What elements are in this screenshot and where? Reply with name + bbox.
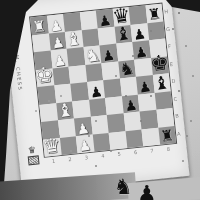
piece-bp-c6[interactable]: ♟ bbox=[123, 98, 137, 114]
square-f2[interactable]: ♟ bbox=[50, 49, 68, 68]
square-b5[interactable] bbox=[107, 113, 125, 132]
piece-wb-c2[interactable]: ♝ bbox=[56, 100, 74, 120]
rank-label-5: 5 bbox=[111, 150, 128, 158]
chessboard-mat: ♜♟♟♛♜♟♝♝♟♟♞♟♟♚♞♚♟♟♝♝♟♟♛♟♜ 12345678 HGFED… bbox=[2, 0, 189, 193]
piece-bp-d4[interactable]: ♟ bbox=[89, 84, 103, 100]
file-label-a: A bbox=[176, 125, 182, 143]
piece-br-a8[interactable]: ♜ bbox=[159, 128, 174, 145]
square-h8[interactable]: ♜ bbox=[145, 4, 163, 23]
square-a2[interactable] bbox=[59, 136, 77, 155]
rank-label-8: 8 bbox=[160, 145, 177, 153]
square-d7[interactable]: ♟ bbox=[136, 75, 154, 94]
file-label-h: H bbox=[163, 3, 169, 21]
piece-bp-h5[interactable]: ♟ bbox=[98, 12, 112, 28]
square-g6[interactable]: ♝ bbox=[114, 25, 132, 44]
piece-bp-f7[interactable]: ♟ bbox=[134, 44, 148, 60]
square-a7[interactable] bbox=[141, 127, 159, 146]
square-f4[interactable]: ♞ bbox=[83, 45, 101, 64]
square-e3[interactable] bbox=[68, 65, 86, 84]
brand-text: B.M. CHESS bbox=[13, 47, 24, 92]
file-label-c: C bbox=[173, 90, 179, 108]
file-label-b: B bbox=[174, 108, 180, 126]
square-h2[interactable]: ♟ bbox=[47, 14, 65, 33]
square-b3[interactable]: ♟ bbox=[74, 117, 92, 136]
captured-piece-bn[interactable]: ♞ bbox=[114, 177, 133, 198]
file-label-g: G bbox=[165, 20, 171, 38]
square-d3[interactable] bbox=[70, 82, 88, 101]
square-b6[interactable] bbox=[123, 112, 141, 131]
square-a4[interactable] bbox=[92, 132, 110, 151]
piece-bp-f5[interactable]: ♟ bbox=[102, 47, 116, 63]
square-d8[interactable]: ♝ bbox=[152, 73, 170, 92]
square-a6[interactable] bbox=[125, 129, 143, 148]
square-d6[interactable] bbox=[120, 77, 138, 96]
square-d5[interactable] bbox=[103, 78, 121, 97]
square-c6[interactable]: ♟ bbox=[121, 94, 139, 113]
shield-icon bbox=[27, 155, 39, 165]
square-c1[interactable] bbox=[39, 103, 57, 122]
square-f7[interactable]: ♟ bbox=[132, 40, 150, 59]
brand-logo: ♛ bbox=[24, 145, 42, 166]
piece-bb-g6[interactable]: ♝ bbox=[114, 24, 132, 44]
square-e1[interactable]: ♚ bbox=[36, 68, 54, 87]
square-b8[interactable] bbox=[156, 108, 174, 127]
piece-wq-a1[interactable]: ♛ bbox=[42, 135, 63, 157]
piece-wk-e1[interactable]: ♚ bbox=[34, 64, 56, 87]
piece-wp-f2[interactable]: ♟ bbox=[52, 52, 66, 68]
chessboard[interactable]: ♜♟♟♛♜♟♝♝♟♟♞♟♟♚♞♚♟♟♝♝♟♟♛♟♜ bbox=[30, 4, 176, 157]
square-h1[interactable]: ♜ bbox=[30, 16, 48, 35]
square-b7[interactable] bbox=[140, 110, 158, 129]
square-h4[interactable] bbox=[79, 11, 97, 30]
square-g7[interactable]: ♟ bbox=[130, 23, 148, 42]
rank-label-7: 7 bbox=[143, 147, 160, 155]
piece-wp-a3[interactable]: ♟ bbox=[78, 138, 92, 154]
piece-br-h8[interactable]: ♜ bbox=[147, 6, 162, 23]
square-a8[interactable]: ♜ bbox=[158, 126, 176, 145]
square-f3[interactable] bbox=[67, 47, 85, 66]
square-c5[interactable] bbox=[105, 96, 123, 115]
rank-label-6: 6 bbox=[127, 148, 144, 156]
square-a5[interactable] bbox=[109, 131, 127, 150]
piece-wp-h2[interactable]: ♟ bbox=[49, 18, 63, 34]
piece-wp-g2[interactable]: ♟ bbox=[51, 35, 65, 51]
square-b2[interactable] bbox=[58, 118, 76, 137]
piece-wr-h1[interactable]: ♜ bbox=[32, 18, 47, 35]
square-d4[interactable]: ♟ bbox=[87, 80, 105, 99]
piece-bn-e6[interactable]: ♞ bbox=[118, 60, 135, 79]
square-a1[interactable]: ♛ bbox=[43, 138, 61, 157]
square-f5[interactable]: ♟ bbox=[99, 44, 117, 63]
photo-frame: ♜♟♟♛♜♟♝♝♟♟♞♟♟♚♞♚♟♟♝♝♟♟♛♟♜ 12345678 HGFED… bbox=[0, 0, 200, 200]
crown-icon: ♛ bbox=[24, 145, 41, 156]
rank-label-3: 3 bbox=[78, 154, 95, 162]
captured-piece-bp[interactable]: ♟ bbox=[137, 183, 157, 200]
square-c2[interactable]: ♝ bbox=[56, 101, 74, 120]
square-g3[interactable]: ♝ bbox=[65, 30, 83, 49]
piece-wn-f4[interactable]: ♞ bbox=[83, 46, 100, 65]
piece-wp-b3[interactable]: ♟ bbox=[76, 120, 90, 136]
square-e6[interactable]: ♞ bbox=[118, 59, 136, 78]
piece-bp-d7[interactable]: ♟ bbox=[138, 79, 152, 95]
square-b4[interactable] bbox=[90, 115, 108, 134]
square-c3[interactable] bbox=[72, 99, 90, 118]
piece-bb-d8[interactable]: ♝ bbox=[152, 73, 170, 93]
square-d1[interactable] bbox=[37, 85, 55, 104]
file-label-d: D bbox=[171, 73, 177, 91]
rank-label-4: 4 bbox=[94, 152, 111, 160]
piece-wb-g3[interactable]: ♝ bbox=[65, 29, 83, 49]
piece-bp-g7[interactable]: ♟ bbox=[133, 26, 147, 42]
rank-label-2: 2 bbox=[61, 155, 78, 163]
